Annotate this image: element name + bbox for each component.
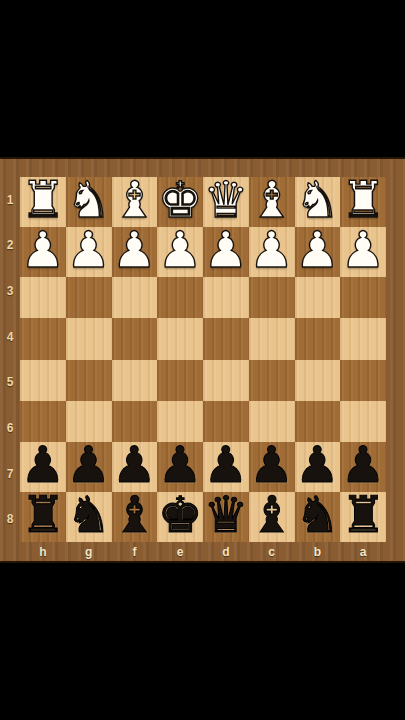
square-b1[interactable]: ♞: [295, 177, 341, 227]
piece-white-pawn[interactable]: ♟: [249, 225, 294, 275]
square-d3[interactable]: [203, 277, 249, 318]
piece-black-bishop[interactable]: ♝: [249, 490, 294, 540]
square-a3[interactable]: [340, 277, 386, 318]
piece-black-pawn[interactable]: ♟: [203, 440, 248, 490]
chess-board: 12345678 ♜♞♝♚♛♝♞♜♟♟♟♟♟♟♟♟♟♟♟♟♟♟♟♟♜♞♝♚♛♝♞…: [0, 157, 405, 563]
square-a2[interactable]: ♟: [340, 227, 386, 277]
square-c2[interactable]: ♟: [249, 227, 295, 277]
square-b5[interactable]: [295, 360, 341, 401]
square-d7[interactable]: ♟: [203, 442, 249, 492]
square-c1[interactable]: ♝: [249, 177, 295, 227]
rank-label-7: 7: [0, 451, 20, 497]
square-a7[interactable]: ♟: [340, 442, 386, 492]
square-b8[interactable]: ♞: [295, 492, 341, 542]
piece-black-pawn[interactable]: ♟: [20, 440, 65, 490]
file-label-a: a: [340, 542, 386, 562]
square-g1[interactable]: ♞: [66, 177, 112, 227]
piece-black-pawn[interactable]: ♟: [341, 440, 386, 490]
piece-white-bishop[interactable]: ♝: [249, 175, 294, 225]
rank-label-1: 1: [0, 177, 20, 223]
square-e8[interactable]: ♚: [157, 492, 203, 542]
piece-white-bishop[interactable]: ♝: [112, 175, 157, 225]
square-h8[interactable]: ♜: [20, 492, 66, 542]
square-e2[interactable]: ♟: [157, 227, 203, 277]
piece-black-pawn[interactable]: ♟: [112, 440, 157, 490]
square-c8[interactable]: ♝: [249, 492, 295, 542]
square-e1[interactable]: ♚: [157, 177, 203, 227]
piece-black-pawn[interactable]: ♟: [249, 440, 294, 490]
square-g8[interactable]: ♞: [66, 492, 112, 542]
square-b3[interactable]: [295, 277, 341, 318]
piece-white-pawn[interactable]: ♟: [20, 225, 65, 275]
square-d5[interactable]: [203, 360, 249, 401]
square-g3[interactable]: [66, 277, 112, 318]
square-b4[interactable]: [295, 318, 341, 359]
piece-black-bishop[interactable]: ♝: [112, 490, 157, 540]
square-f4[interactable]: [112, 318, 158, 359]
square-e4[interactable]: [157, 318, 203, 359]
square-g2[interactable]: ♟: [66, 227, 112, 277]
piece-white-pawn[interactable]: ♟: [66, 225, 111, 275]
square-b2[interactable]: ♟: [295, 227, 341, 277]
piece-white-knight[interactable]: ♞: [66, 175, 111, 225]
piece-black-pawn[interactable]: ♟: [295, 440, 340, 490]
file-label-g: g: [66, 542, 112, 562]
file-labels: hgfedcba: [20, 542, 386, 562]
file-label-b: b: [295, 542, 341, 562]
piece-black-pawn[interactable]: ♟: [158, 440, 203, 490]
rank-label-3: 3: [0, 268, 20, 314]
square-c4[interactable]: [249, 318, 295, 359]
square-h7[interactable]: ♟: [20, 442, 66, 492]
square-a8[interactable]: ♜: [340, 492, 386, 542]
square-c3[interactable]: [249, 277, 295, 318]
square-d1[interactable]: ♛: [203, 177, 249, 227]
square-d8[interactable]: ♛: [203, 492, 249, 542]
square-h3[interactable]: [20, 277, 66, 318]
square-e3[interactable]: [157, 277, 203, 318]
square-e5[interactable]: [157, 360, 203, 401]
file-label-h: h: [20, 542, 66, 562]
rank-labels: 12345678: [0, 177, 20, 542]
piece-white-pawn[interactable]: ♟: [158, 225, 203, 275]
piece-white-rook[interactable]: ♜: [341, 175, 386, 225]
file-label-f: f: [112, 542, 158, 562]
square-e7[interactable]: ♟: [157, 442, 203, 492]
square-f2[interactable]: ♟: [112, 227, 158, 277]
square-h1[interactable]: ♜: [20, 177, 66, 227]
square-f1[interactable]: ♝: [112, 177, 158, 227]
rank-label-2: 2: [0, 223, 20, 269]
piece-white-pawn[interactable]: ♟: [112, 225, 157, 275]
piece-black-pawn[interactable]: ♟: [66, 440, 111, 490]
piece-white-pawn[interactable]: ♟: [295, 225, 340, 275]
piece-black-king[interactable]: ♚: [158, 490, 203, 540]
square-c7[interactable]: ♟: [249, 442, 295, 492]
piece-black-rook[interactable]: ♜: [20, 490, 65, 540]
rank-label-8: 8: [0, 496, 20, 542]
square-b7[interactable]: ♟: [295, 442, 341, 492]
piece-black-knight[interactable]: ♞: [66, 490, 111, 540]
piece-white-queen[interactable]: ♛: [203, 175, 248, 225]
piece-black-queen[interactable]: ♛: [203, 490, 248, 540]
piece-white-king[interactable]: ♚: [158, 175, 203, 225]
square-a4[interactable]: [340, 318, 386, 359]
board-grid: ♜♞♝♚♛♝♞♜♟♟♟♟♟♟♟♟♟♟♟♟♟♟♟♟♜♞♝♚♛♝♞♜: [20, 177, 386, 542]
square-h2[interactable]: ♟: [20, 227, 66, 277]
square-h5[interactable]: [20, 360, 66, 401]
piece-white-knight[interactable]: ♞: [295, 175, 340, 225]
rank-label-4: 4: [0, 314, 20, 360]
piece-white-pawn[interactable]: ♟: [341, 225, 386, 275]
square-a1[interactable]: ♜: [340, 177, 386, 227]
square-g4[interactable]: [66, 318, 112, 359]
square-f7[interactable]: ♟: [112, 442, 158, 492]
square-f5[interactable]: [112, 360, 158, 401]
square-d2[interactable]: ♟: [203, 227, 249, 277]
square-g5[interactable]: [66, 360, 112, 401]
square-c5[interactable]: [249, 360, 295, 401]
piece-white-pawn[interactable]: ♟: [203, 225, 248, 275]
file-label-d: d: [203, 542, 249, 562]
file-label-e: e: [157, 542, 203, 562]
piece-black-knight[interactable]: ♞: [295, 490, 340, 540]
phone-screen: 12345678 ♜♞♝♚♛♝♞♜♟♟♟♟♟♟♟♟♟♟♟♟♟♟♟♟♜♞♝♚♛♝♞…: [0, 0, 405, 720]
rank-label-5: 5: [0, 360, 20, 406]
piece-black-rook[interactable]: ♜: [341, 490, 386, 540]
square-f8[interactable]: ♝: [112, 492, 158, 542]
square-f3[interactable]: [112, 277, 158, 318]
piece-white-rook[interactable]: ♜: [20, 175, 65, 225]
square-h4[interactable]: [20, 318, 66, 359]
square-g7[interactable]: ♟: [66, 442, 112, 492]
square-a5[interactable]: [340, 360, 386, 401]
file-label-c: c: [249, 542, 295, 562]
rank-label-6: 6: [0, 405, 20, 451]
square-d4[interactable]: [203, 318, 249, 359]
